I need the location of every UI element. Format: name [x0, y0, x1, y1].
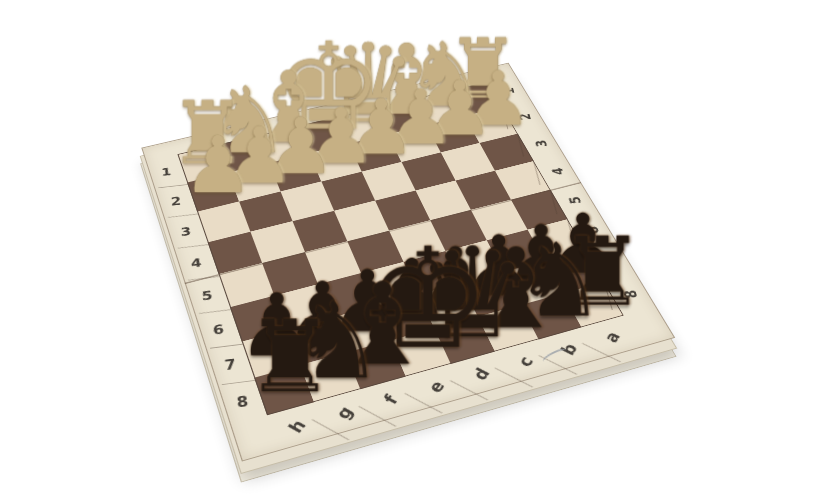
- piece-white-pawn-f2[interactable]: ♟: [266, 108, 335, 185]
- square-d3[interactable]: [362, 162, 416, 201]
- piece-white-pawn-c2[interactable]: ♟: [387, 80, 455, 156]
- board-border-corner: [406, 78, 450, 99]
- piece-white-pawn-h2[interactable]: ♟: [183, 127, 253, 205]
- square-g3[interactable]: [239, 192, 292, 232]
- chess-board: 1♜♞♝♚♛♝♞♜12♟♟♟♟♟♟♟♟2334455667♟♟♟♟♟♟♟♟78♜…: [141, 63, 675, 462]
- square-g2[interactable]: ♟: [228, 163, 280, 202]
- piece-white-king-e1[interactable]: ♚: [274, 27, 382, 148]
- rank-label-left-2: 2: [158, 184, 194, 219]
- square-c2[interactable]: ♟: [388, 125, 441, 162]
- piece-black-rook-h8[interactable]: ♜: [245, 307, 335, 407]
- board-border-corner: [253, 113, 298, 135]
- rank-label-left-3: 3: [168, 213, 205, 249]
- piece-white-pawn-b2[interactable]: ♟: [426, 71, 494, 146]
- square-f1[interactable]: ♝: [258, 126, 309, 163]
- board-border-corner: [480, 63, 516, 82]
- square-e2[interactable]: ♟: [309, 144, 362, 182]
- board-border-corner: [444, 69, 488, 90]
- square-e1[interactable]: ♚: [297, 117, 348, 153]
- rank-label-right-4: 4: [533, 158, 581, 185]
- square-h1[interactable]: ♜: [177, 145, 228, 183]
- rank-label-right-2: 2: [502, 104, 548, 129]
- piece-white-knight-g1[interactable]: ♞: [207, 75, 289, 167]
- piece-white-rook-a1[interactable]: ♜: [446, 28, 520, 111]
- piece-white-bishop-c1[interactable]: ♝: [363, 32, 450, 129]
- square-a1[interactable]: ♜: [450, 82, 502, 117]
- square-b2[interactable]: ♟: [427, 116, 480, 152]
- square-b3[interactable]: [441, 143, 495, 181]
- square-d1[interactable]: ♛: [336, 108, 388, 144]
- square-c3[interactable]: [402, 152, 456, 190]
- piece-white-knight-b1[interactable]: ♞: [405, 31, 485, 120]
- board-border-corner: [330, 95, 375, 117]
- square-b1[interactable]: ♞: [413, 90, 465, 125]
- piece-white-pawn-a2[interactable]: ♟: [465, 62, 532, 137]
- square-a3[interactable]: [480, 134, 534, 171]
- piece-white-queen-d1[interactable]: ♛: [319, 29, 416, 138]
- square-c4[interactable]: [416, 181, 471, 221]
- square-a4[interactable]: [495, 161, 551, 200]
- square-h2[interactable]: ♟: [187, 173, 239, 212]
- piece-white-pawn-e2[interactable]: ♟: [307, 98, 376, 175]
- square-f2[interactable]: ♟: [269, 153, 321, 191]
- board-border-corner: [369, 86, 413, 108]
- square-g1[interactable]: ♞: [218, 135, 269, 172]
- rank-label-right-1: 1: [487, 79, 532, 103]
- square-f3[interactable]: [281, 182, 335, 222]
- piece-white-bishop-f1[interactable]: ♝: [244, 58, 332, 157]
- rank-label-right-3: 3: [517, 131, 564, 157]
- square-a2[interactable]: ♟: [465, 107, 518, 143]
- board-border-corner: [213, 122, 258, 145]
- chess-board-scene: 1♜♞♝♚♛♝♞♜12♟♟♟♟♟♟♟♟2334455667♟♟♟♟♟♟♟♟78♜…: [182, 30, 602, 444]
- piece-white-pawn-d2[interactable]: ♟: [347, 89, 415, 165]
- square-b4[interactable]: [456, 171, 511, 210]
- piece-white-pawn-g2[interactable]: ♟: [225, 117, 295, 195]
- piece-white-rook-h1[interactable]: ♜: [169, 90, 247, 176]
- square-d2[interactable]: ♟: [349, 135, 402, 172]
- rank-label-left-4: 4: [178, 244, 216, 281]
- square-e3[interactable]: [321, 172, 375, 211]
- square-h3[interactable]: [197, 202, 250, 243]
- board-border-corner: [292, 104, 337, 126]
- square-c1[interactable]: ♝: [375, 99, 427, 134]
